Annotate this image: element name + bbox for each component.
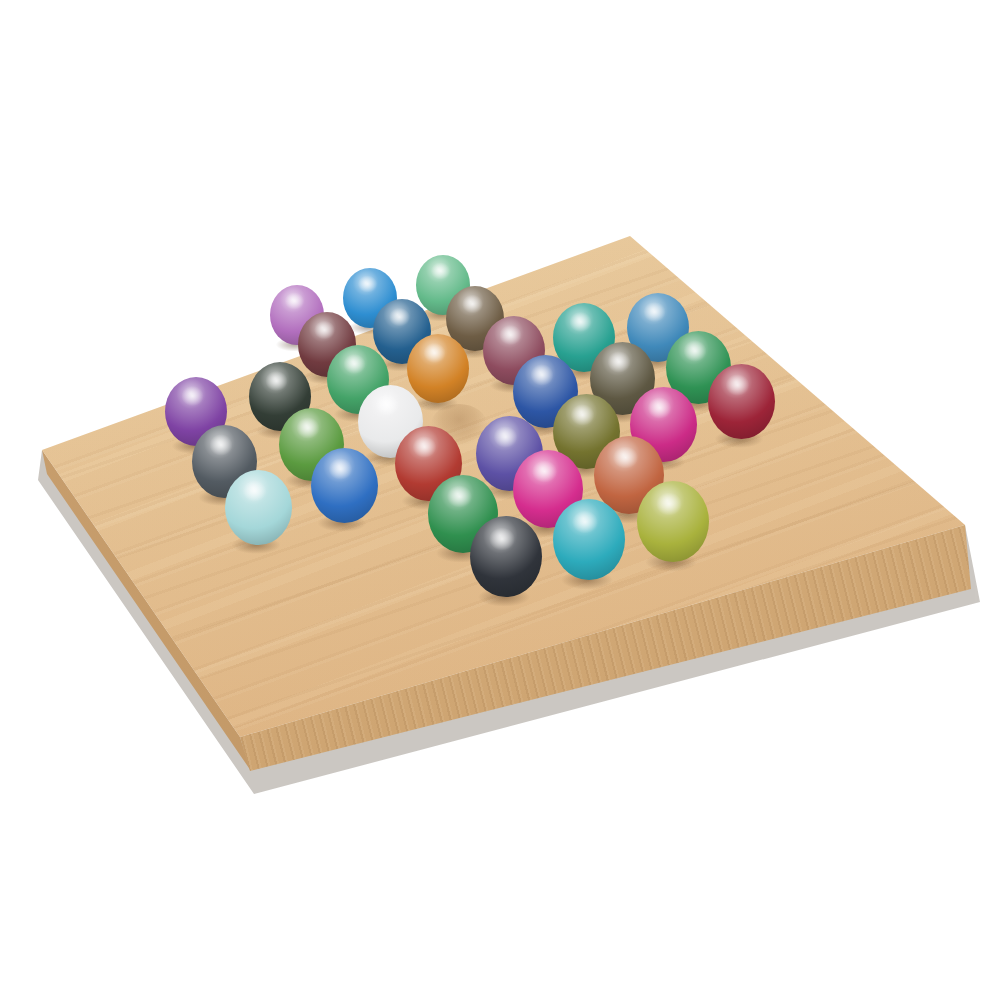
peg-bright-blue-r5c2[interactable] <box>311 448 378 523</box>
peg-specular-highlight <box>238 476 272 506</box>
peg-specular-highlight <box>385 304 414 330</box>
peg-specular-highlight <box>567 506 603 538</box>
peg-specular-highlight <box>339 350 370 378</box>
peg-specular-highlight <box>721 370 755 400</box>
peg-specular-highlight <box>408 432 442 462</box>
peg-specular-highlight <box>651 488 687 520</box>
peg-specular-highlight <box>484 523 520 555</box>
peg-specular-highlight <box>643 393 677 423</box>
peg-charcoal-black-r7c3[interactable] <box>470 516 542 597</box>
peg-specular-highlight <box>324 454 358 484</box>
peg-specular-highlight <box>292 413 325 442</box>
peg-specular-highlight <box>495 321 526 349</box>
peg-specular-highlight <box>489 422 523 452</box>
peg-powder-blue-r5c1[interactable] <box>225 470 292 545</box>
peg-specular-highlight <box>565 308 596 336</box>
peg-specular-highlight <box>608 442 643 473</box>
peg-specular-highlight <box>603 347 636 376</box>
peg-specular-highlight <box>442 481 477 512</box>
peg-solitaire-product-photo <box>0 0 1000 1000</box>
peg-specular-highlight <box>419 339 450 367</box>
peg-specular-highlight <box>310 317 339 343</box>
peg-crimson-r5c7[interactable] <box>708 364 775 439</box>
peg-specular-highlight <box>427 259 454 283</box>
peg-specular-highlight <box>639 298 670 326</box>
peg-specular-highlight <box>281 289 308 313</box>
peg-specular-highlight <box>679 336 712 365</box>
peg-specular-highlight <box>205 430 238 459</box>
peg-specular-highlight <box>371 390 404 419</box>
peg-chartreuse-r7c5[interactable] <box>637 481 709 562</box>
peg-specular-highlight <box>526 360 559 389</box>
peg-specular-highlight <box>177 382 208 410</box>
peg-turquoise-r7c4[interactable] <box>553 499 625 580</box>
peg-amber-r3c4[interactable] <box>407 334 469 403</box>
peg-specular-highlight <box>458 291 487 317</box>
peg-specular-highlight <box>566 400 600 430</box>
peg-specular-highlight <box>261 367 292 395</box>
peg-specular-highlight <box>527 456 562 487</box>
peg-specular-highlight <box>354 272 381 296</box>
